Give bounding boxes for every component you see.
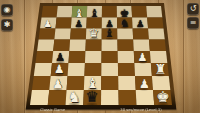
piece-wQ-d6[interactable]: ♛ — [89, 28, 99, 40]
gear-icon: ✱ — [1, 19, 13, 31]
piece-wP-b2[interactable]: ♟ — [53, 78, 64, 90]
piece-wP-b3[interactable]: ♟ — [54, 64, 64, 76]
chess-app-screen: ♝♝♚♟♟♟♞♟♛♝♟♟♟♜♟♝♟♞♛♚ ◉ ✱ ↺ ≡ Classic Gam… — [0, 0, 200, 113]
piece-bP-b4[interactable]: ♟ — [55, 52, 65, 63]
menu-button[interactable]: ≡ — [187, 17, 199, 29]
pieces-layer: ♝♝♚♟♟♟♞♟♛♝♟♟♟♜♟♝♟♞♛♚ — [0, 0, 200, 113]
piece-wP-a7[interactable]: ♟ — [44, 19, 53, 29]
status-text-right: 30 sec/move (Level 3) — [121, 108, 162, 112]
piece-bN-f7[interactable]: ♞ — [120, 17, 130, 28]
menu-icon: ≡ — [187, 17, 199, 29]
undo-button[interactable]: ↺ — [187, 3, 199, 15]
piece-wR-h3[interactable]: ♜ — [154, 63, 166, 77]
piece-wB-c8[interactable]: ♝ — [75, 7, 84, 18]
camera-icon: ◉ — [1, 4, 13, 16]
piece-bB-d8[interactable]: ♝ — [90, 7, 99, 18]
piece-wN-c1[interactable]: ♞ — [68, 90, 81, 105]
settings-button[interactable]: ✱ — [1, 19, 13, 31]
piece-wP-g4[interactable]: ♟ — [138, 52, 148, 63]
piece-bQ-d1[interactable]: ♛ — [86, 90, 99, 105]
piece-wK-h1[interactable]: ♚ — [156, 90, 169, 105]
status-text-left: Classic Game — [40, 108, 65, 112]
piece-bP-g7[interactable]: ♟ — [136, 19, 145, 29]
piece-wP-g2[interactable]: ♟ — [139, 78, 150, 90]
camera-button[interactable]: ◉ — [1, 4, 13, 16]
undo-arrow-icon: ↺ — [187, 3, 199, 15]
piece-bP-c7[interactable]: ♟ — [74, 19, 83, 29]
piece-bB-e6[interactable]: ♝ — [104, 28, 114, 40]
